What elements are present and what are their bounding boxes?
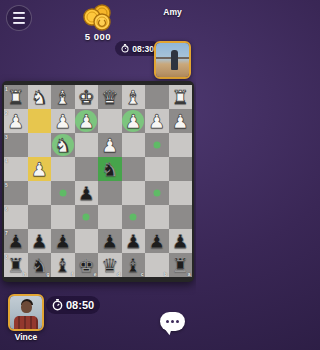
- file-label-g: g: [46, 271, 49, 277]
- black-pawn-e5[interactable]: ♟: [75, 181, 99, 205]
- black-knight-d4[interactable]: ♞: [98, 157, 122, 181]
- square-d1[interactable]: ♛: [98, 85, 122, 109]
- white-pawn-e2[interactable]: ♟: [75, 109, 99, 133]
- square-a2[interactable]: ♟: [169, 109, 193, 133]
- square-f7[interactable]: ♟: [51, 229, 75, 253]
- opponent-avatar-photo: [156, 43, 189, 77]
- white-bishop-f1[interactable]: ♝: [51, 85, 75, 109]
- rank-label-2: 2: [5, 110, 8, 116]
- square-f3[interactable]: ♞: [51, 133, 75, 157]
- square-g6[interactable]: [28, 205, 52, 229]
- file-label-c: c: [141, 271, 144, 277]
- square-e6[interactable]: [75, 205, 99, 229]
- white-king-e1[interactable]: ♚: [75, 85, 99, 109]
- file-label-b: b: [164, 271, 167, 277]
- player-timer: 08:50: [46, 296, 100, 314]
- menu-button[interactable]: [6, 5, 32, 31]
- rank-label-1: 1: [5, 86, 8, 92]
- rank-label-7: 7: [5, 230, 8, 236]
- square-b7[interactable]: ♟: [145, 229, 169, 253]
- square-c3[interactable]: [122, 133, 146, 157]
- rank-label-4: 4: [5, 158, 8, 164]
- square-h4[interactable]: 4: [4, 157, 28, 181]
- square-d6[interactable]: [98, 205, 122, 229]
- square-e1[interactable]: ♚: [75, 85, 99, 109]
- square-f5[interactable]: [51, 181, 75, 205]
- black-pawn-g7[interactable]: ♟: [28, 229, 52, 253]
- move-hint-e6: [83, 214, 90, 221]
- opponent-name: Amy: [154, 7, 191, 17]
- square-e3[interactable]: [75, 133, 99, 157]
- rank-label-3: 3: [5, 134, 8, 140]
- square-g3[interactable]: [28, 133, 52, 157]
- square-a1[interactable]: ♜: [169, 85, 193, 109]
- coins-amount: 5 000: [85, 31, 111, 42]
- square-a4[interactable]: [169, 157, 193, 181]
- square-c7[interactable]: ♟: [122, 229, 146, 253]
- rank-label-8: 8: [5, 254, 8, 260]
- square-h2[interactable]: ♟2: [4, 109, 28, 133]
- square-b1[interactable]: [145, 85, 169, 109]
- white-knight-f3[interactable]: ♞: [51, 133, 75, 157]
- rank-label-5: 5: [5, 182, 8, 188]
- black-pawn-d7[interactable]: ♟: [98, 229, 122, 253]
- square-d3[interactable]: ♟: [98, 133, 122, 157]
- square-f6[interactable]: [51, 205, 75, 229]
- square-f2[interactable]: ♟: [51, 109, 75, 133]
- square-e4[interactable]: [75, 157, 99, 181]
- stopwatch-icon: [121, 44, 129, 53]
- square-a3[interactable]: [169, 133, 193, 157]
- square-a8[interactable]: ♜a: [169, 253, 193, 277]
- square-e8[interactable]: ♚e: [75, 253, 99, 277]
- white-pawn-b2[interactable]: ♟: [145, 109, 169, 133]
- square-h7[interactable]: ♟7: [4, 229, 28, 253]
- square-b4[interactable]: [145, 157, 169, 181]
- square-b8[interactable]: b: [145, 253, 169, 277]
- file-label-d: d: [117, 271, 120, 277]
- square-h6[interactable]: 6: [4, 205, 28, 229]
- white-pawn-f2[interactable]: ♟: [51, 109, 75, 133]
- square-d2[interactable]: [98, 109, 122, 133]
- chat-button[interactable]: [160, 312, 185, 334]
- square-d7[interactable]: ♟: [98, 229, 122, 253]
- square-b6[interactable]: [145, 205, 169, 229]
- move-hint-b3: [153, 142, 160, 149]
- square-f1[interactable]: ♝: [51, 85, 75, 109]
- player-avatar-photo: [10, 296, 42, 329]
- square-g8[interactable]: ♞g: [28, 253, 52, 277]
- player-time-text: 08:50: [66, 299, 94, 311]
- file-label-h: h: [23, 271, 26, 277]
- black-pawn-c7[interactable]: ♟: [122, 229, 146, 253]
- square-e2[interactable]: ♟: [75, 109, 99, 133]
- square-f4[interactable]: [51, 157, 75, 181]
- square-c4[interactable]: [122, 157, 146, 181]
- move-hint-b5: [153, 190, 160, 197]
- square-c1[interactable]: ♝: [122, 85, 146, 109]
- square-b5[interactable]: [145, 181, 169, 205]
- square-b2[interactable]: ♟: [145, 109, 169, 133]
- square-d5[interactable]: [98, 181, 122, 205]
- white-pawn-d3[interactable]: ♟: [98, 133, 122, 157]
- chess-board: ♜1♞♝♚♛♝♜♟2♟♟♟♟♟3♞♟4♟♞5♟6♟7♟♟♟♟♟♟♜8h♞g♝f♚…: [4, 85, 192, 277]
- square-d4[interactable]: ♞: [98, 157, 122, 181]
- square-f8[interactable]: ♝f: [51, 253, 75, 277]
- move-hint-f5: [59, 190, 66, 197]
- hamburger-icon: [13, 12, 25, 15]
- chess-board-frame: ♜1♞♝♚♛♝♜♟2♟♟♟♟♟3♞♟4♟♞5♟6♟7♟♟♟♟♟♟♜8h♞g♝f♚…: [2, 81, 194, 282]
- square-g2[interactable]: [28, 109, 52, 133]
- move-hint-c6: [130, 214, 137, 221]
- opponent-avatar[interactable]: [154, 41, 191, 79]
- square-c2[interactable]: ♟: [122, 109, 146, 133]
- opponent-time-text: 08:30: [132, 44, 154, 54]
- square-b3[interactable]: [145, 133, 169, 157]
- player-avatar[interactable]: [8, 294, 44, 331]
- square-h1[interactable]: ♜1: [4, 85, 28, 109]
- rank-label-6: 6: [5, 206, 8, 212]
- square-e5[interactable]: ♟: [75, 181, 99, 205]
- chat-bubble-icon: [160, 312, 185, 331]
- white-pawn-g4[interactable]: ♟: [28, 157, 52, 181]
- white-pawn-a2[interactable]: ♟: [169, 109, 193, 133]
- square-g4[interactable]: ♟: [28, 157, 52, 181]
- square-g1[interactable]: ♞: [28, 85, 52, 109]
- square-a7[interactable]: ♟: [169, 229, 193, 253]
- black-pawn-a7[interactable]: ♟: [169, 229, 193, 253]
- square-c6[interactable]: [122, 205, 146, 229]
- stopwatch-icon: [52, 299, 63, 311]
- black-pawn-b7[interactable]: ♟: [145, 229, 169, 253]
- player-name: Vince: [7, 332, 45, 342]
- square-g7[interactable]: ♟: [28, 229, 52, 253]
- square-h3[interactable]: 3: [4, 133, 28, 157]
- square-c5[interactable]: [122, 181, 146, 205]
- square-c8[interactable]: ♝c: [122, 253, 146, 277]
- white-knight-g1[interactable]: ♞: [28, 85, 52, 109]
- file-label-a: a: [188, 271, 191, 277]
- white-pawn-c2[interactable]: ♟: [122, 109, 146, 133]
- coins-icon[interactable]: [78, 4, 118, 31]
- black-pawn-f7[interactable]: ♟: [51, 229, 75, 253]
- square-e7[interactable]: [75, 229, 99, 253]
- square-g5[interactable]: [28, 181, 52, 205]
- square-a5[interactable]: [169, 181, 193, 205]
- square-a6[interactable]: [169, 205, 193, 229]
- white-queen-d1[interactable]: ♛: [98, 85, 122, 109]
- square-h8[interactable]: ♜8h: [4, 253, 28, 277]
- white-rook-a1[interactable]: ♜: [169, 85, 193, 109]
- square-d8[interactable]: ♛d: [98, 253, 122, 277]
- square-h5[interactable]: 5: [4, 181, 28, 205]
- white-bishop-c1[interactable]: ♝: [122, 85, 146, 109]
- file-label-f: f: [71, 271, 73, 277]
- file-label-e: e: [94, 271, 97, 277]
